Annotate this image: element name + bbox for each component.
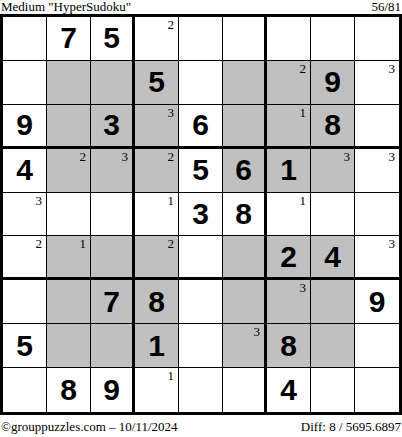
cells-remaining-counter: 56/81: [371, 0, 401, 13]
cell-r9c9[interactable]: [355, 368, 399, 412]
cell-r2c6[interactable]: [223, 61, 267, 105]
cell-r9c4[interactable]: 1: [135, 368, 179, 412]
cell-r3c9[interactable]: [355, 105, 399, 149]
cell-r6c8[interactable]: 4: [311, 236, 355, 280]
cell-r6c5[interactable]: [179, 236, 223, 280]
pencil-mark: 3: [389, 149, 396, 164]
cell-r3c1[interactable]: 9: [3, 105, 47, 149]
cell-r4c4[interactable]: 2: [135, 149, 179, 193]
digit: 9: [91, 368, 132, 412]
digit: 9: [311, 61, 354, 104]
pencil-mark: 3: [344, 149, 351, 164]
cell-r1c8[interactable]: [311, 17, 355, 61]
cell-r7c1[interactable]: [3, 280, 47, 324]
cell-r5c1[interactable]: 3: [3, 193, 47, 237]
cell-r4c6[interactable]: 6: [223, 149, 267, 193]
cell-r2c8[interactable]: 9: [311, 61, 355, 105]
cell-r4c7[interactable]: 1: [267, 149, 311, 193]
cell-r5c4[interactable]: 1: [135, 193, 179, 237]
cell-r8c3[interactable]: [91, 324, 135, 368]
cell-r7c4[interactable]: 8: [135, 280, 179, 324]
sudoku-board: 7525293933618423256133313812122437839513…: [0, 14, 402, 415]
cell-r3c3[interactable]: 3: [91, 105, 135, 149]
pencil-mark: 2: [168, 149, 175, 164]
cell-r5c3[interactable]: [91, 193, 135, 237]
cell-r1c7[interactable]: [267, 17, 311, 61]
cell-r1c4[interactable]: 2: [135, 17, 179, 61]
cell-r9c6[interactable]: [223, 368, 267, 412]
cell-r8c4[interactable]: 1: [135, 324, 179, 368]
cell-r6c1[interactable]: 2: [3, 236, 47, 280]
pencil-mark: 3: [389, 236, 396, 251]
digit: 3: [91, 105, 132, 146]
cell-r4c5[interactable]: 5: [179, 149, 223, 193]
digit: 1: [267, 149, 310, 192]
cell-r6c3[interactable]: [91, 236, 135, 280]
digit: 8: [311, 105, 354, 146]
cell-r7c3[interactable]: 7: [91, 280, 135, 324]
cell-r9c3[interactable]: 9: [91, 368, 135, 412]
cell-r7c8[interactable]: [311, 280, 355, 324]
cell-r7c5[interactable]: [179, 280, 223, 324]
pencil-mark: 2: [168, 236, 175, 251]
cell-r1c9[interactable]: [355, 17, 399, 61]
cell-r6c2[interactable]: 1: [47, 236, 91, 280]
cell-r6c7[interactable]: 2: [267, 236, 311, 280]
cell-r5c9[interactable]: [355, 193, 399, 237]
cell-r2c4[interactable]: 5: [135, 61, 179, 105]
cell-r6c6[interactable]: [223, 236, 267, 280]
cell-r4c2[interactable]: 2: [47, 149, 91, 193]
digit: 2: [267, 236, 310, 277]
digit: 6: [223, 149, 264, 192]
pencil-mark: 3: [36, 193, 43, 208]
footer: ©grouppuzzles.com – 10/11/2024 Diff: 8 /…: [0, 419, 402, 434]
cell-r8c2[interactable]: [47, 324, 91, 368]
cell-r2c1[interactable]: [3, 61, 47, 105]
cell-r9c2[interactable]: 8: [47, 368, 91, 412]
cell-r9c1[interactable]: [3, 368, 47, 412]
pencil-mark: 3: [254, 324, 261, 339]
cell-r7c7[interactable]: 3: [267, 280, 311, 324]
pencil-mark: 3: [168, 105, 175, 120]
digit: 4: [311, 236, 354, 277]
cell-r4c9[interactable]: 3: [355, 149, 399, 193]
digit: 9: [355, 280, 399, 323]
digit: 8: [47, 368, 90, 412]
pencil-mark: 1: [168, 368, 175, 383]
cell-r5c7[interactable]: 1: [267, 193, 311, 237]
digit: 7: [47, 17, 90, 60]
puzzle-title: Medium "HyperSudoku": [1, 0, 131, 13]
digit: 3: [179, 193, 222, 236]
pencil-mark: 2: [300, 61, 307, 76]
digit: 7: [91, 280, 132, 323]
cell-r7c9[interactable]: 9: [355, 280, 399, 324]
cell-r4c3[interactable]: 3: [91, 149, 135, 193]
puzzle-page: Medium "HyperSudoku" 56/81 7525293933618…: [0, 0, 402, 437]
digit: 6: [179, 105, 222, 146]
cell-r1c1[interactable]: [3, 17, 47, 61]
cell-r9c7[interactable]: 4: [267, 368, 311, 412]
header: Medium "HyperSudoku" 56/81: [0, 0, 402, 14]
copyright-date: ©grouppuzzles.com – 10/11/2024: [1, 419, 178, 434]
cell-r5c6[interactable]: 8: [223, 193, 267, 237]
cell-r3c7[interactable]: 1: [267, 105, 311, 149]
cell-r8c6[interactable]: 3: [223, 324, 267, 368]
difficulty-rating: Diff: 8 / 5695.6897: [301, 419, 401, 434]
cell-r1c6[interactable]: [223, 17, 267, 61]
pencil-mark: 3: [122, 149, 129, 164]
cell-r2c9[interactable]: 3: [355, 61, 399, 105]
cell-r2c7[interactable]: 2: [267, 61, 311, 105]
cell-r2c2[interactable]: [47, 61, 91, 105]
digit: 1: [135, 324, 178, 367]
cell-r1c2[interactable]: 7: [47, 17, 91, 61]
cell-r3c2[interactable]: [47, 105, 91, 149]
cell-r8c8[interactable]: [311, 324, 355, 368]
pencil-mark: 2: [36, 236, 43, 251]
cell-r3c4[interactable]: 3: [135, 105, 179, 149]
digit: 5: [179, 149, 222, 192]
pencil-mark: 3: [300, 280, 307, 295]
cell-r1c3[interactable]: 5: [91, 17, 135, 61]
cell-r5c5[interactable]: 3: [179, 193, 223, 237]
pencil-mark: 3: [389, 61, 396, 76]
digit: 8: [267, 324, 310, 367]
digit: 5: [135, 61, 178, 104]
cell-r7c2[interactable]: [47, 280, 91, 324]
pencil-mark: 2: [80, 149, 87, 164]
pencil-mark: 2: [168, 17, 175, 32]
digit: 8: [135, 280, 178, 323]
pencil-mark: 1: [80, 236, 87, 251]
digit: 4: [3, 149, 46, 192]
cell-r2c3[interactable]: [91, 61, 135, 105]
digit: 9: [3, 105, 46, 146]
cell-r8c5[interactable]: [179, 324, 223, 368]
cell-r8c7[interactable]: 8: [267, 324, 311, 368]
cell-r6c9[interactable]: 3: [355, 236, 399, 280]
digit: 5: [91, 17, 132, 60]
cell-r3c8[interactable]: 8: [311, 105, 355, 149]
digit: 8: [223, 193, 264, 236]
cell-r5c8[interactable]: [311, 193, 355, 237]
cell-r1c5[interactable]: [179, 17, 223, 61]
cell-r9c5[interactable]: [179, 368, 223, 412]
cell-r3c6[interactable]: [223, 105, 267, 149]
cell-r8c9[interactable]: [355, 324, 399, 368]
pencil-mark: 1: [300, 193, 307, 208]
cell-r8c1[interactable]: 5: [3, 324, 47, 368]
digit: 4: [267, 368, 310, 412]
cell-r3c5[interactable]: 6: [179, 105, 223, 149]
pencil-mark: 1: [168, 193, 175, 208]
cell-r2c5[interactable]: [179, 61, 223, 105]
cell-r9c8[interactable]: [311, 368, 355, 412]
cell-r5c2[interactable]: [47, 193, 91, 237]
cell-r4c1[interactable]: 4: [3, 149, 47, 193]
digit: 5: [3, 324, 46, 367]
cell-r7c6[interactable]: [223, 280, 267, 324]
cell-r4c8[interactable]: 3: [311, 149, 355, 193]
cell-r6c4[interactable]: 2: [135, 236, 179, 280]
pencil-mark: 1: [300, 105, 307, 120]
